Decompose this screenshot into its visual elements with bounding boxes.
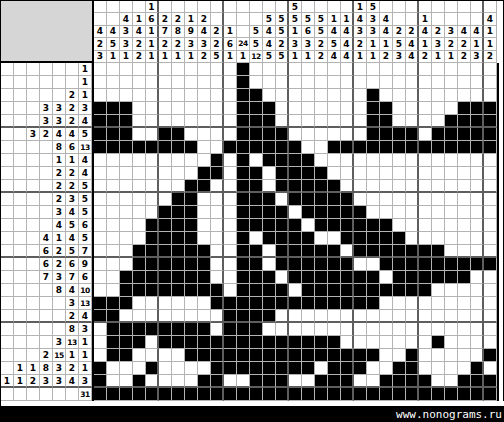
grid-cell-empty[interactable] xyxy=(276,102,289,115)
grid-cell-filled[interactable] xyxy=(276,167,289,180)
grid-cell-filled[interactable] xyxy=(237,258,250,271)
grid-cell-filled[interactable] xyxy=(263,102,276,115)
grid-cell-filled[interactable] xyxy=(120,297,133,310)
grid-cell-empty[interactable] xyxy=(302,375,315,388)
grid-cell-empty[interactable] xyxy=(107,193,120,206)
grid-cell-empty[interactable] xyxy=(211,323,224,336)
grid-cell-filled[interactable] xyxy=(198,388,211,401)
grid-cell-filled[interactable] xyxy=(237,219,250,232)
grid-cell-filled[interactable] xyxy=(185,388,198,401)
grid-cell-empty[interactable] xyxy=(341,336,354,349)
grid-cell-empty[interactable] xyxy=(107,271,120,284)
grid-cell-empty[interactable] xyxy=(484,89,497,102)
grid-cell-filled[interactable] xyxy=(185,180,198,193)
grid-cell-filled[interactable] xyxy=(341,193,354,206)
grid-cell-filled[interactable] xyxy=(198,284,211,297)
grid-cell-empty[interactable] xyxy=(354,180,367,193)
grid-cell-empty[interactable] xyxy=(328,76,341,89)
grid-cell-filled[interactable] xyxy=(458,141,471,154)
grid-cell-empty[interactable] xyxy=(198,89,211,102)
grid-cell-empty[interactable] xyxy=(406,310,419,323)
grid-cell-empty[interactable] xyxy=(471,89,484,102)
grid-cell-filled[interactable] xyxy=(211,388,224,401)
grid-cell-empty[interactable] xyxy=(146,206,159,219)
grid-cell-filled[interactable] xyxy=(211,154,224,167)
grid-cell-filled[interactable] xyxy=(289,245,302,258)
grid-cell-empty[interactable] xyxy=(224,76,237,89)
grid-cell-empty[interactable] xyxy=(419,167,432,180)
grid-cell-empty[interactable] xyxy=(315,154,328,167)
grid-cell-empty[interactable] xyxy=(367,206,380,219)
grid-cell-filled[interactable] xyxy=(328,219,341,232)
grid-cell-filled[interactable] xyxy=(185,206,198,219)
grid-cell-filled[interactable] xyxy=(276,362,289,375)
grid-cell-empty[interactable] xyxy=(94,232,107,245)
grid-cell-filled[interactable] xyxy=(94,388,107,401)
grid-cell-filled[interactable] xyxy=(172,271,185,284)
grid-cell-empty[interactable] xyxy=(445,245,458,258)
grid-cell-filled[interactable] xyxy=(263,115,276,128)
grid-cell-empty[interactable] xyxy=(237,375,250,388)
grid-cell-empty[interactable] xyxy=(224,284,237,297)
grid-cell-empty[interactable] xyxy=(250,154,263,167)
grid-cell-empty[interactable] xyxy=(263,63,276,76)
grid-cell-filled[interactable] xyxy=(302,180,315,193)
grid-cell-empty[interactable] xyxy=(484,219,497,232)
grid-cell-empty[interactable] xyxy=(172,102,185,115)
grid-cell-empty[interactable] xyxy=(172,362,185,375)
grid-cell-empty[interactable] xyxy=(276,323,289,336)
grid-cell-empty[interactable] xyxy=(159,63,172,76)
grid-cell-empty[interactable] xyxy=(484,232,497,245)
grid-cell-filled[interactable] xyxy=(380,219,393,232)
grid-cell-empty[interactable] xyxy=(458,219,471,232)
grid-cell-empty[interactable] xyxy=(172,115,185,128)
grid-cell-filled[interactable] xyxy=(250,271,263,284)
grid-cell-empty[interactable] xyxy=(172,349,185,362)
grid-cell-empty[interactable] xyxy=(185,128,198,141)
grid-cell-filled[interactable] xyxy=(484,258,497,271)
grid-cell-empty[interactable] xyxy=(107,206,120,219)
grid-cell-empty[interactable] xyxy=(289,115,302,128)
grid-cell-empty[interactable] xyxy=(198,141,211,154)
grid-cell-empty[interactable] xyxy=(445,219,458,232)
grid-cell-empty[interactable] xyxy=(445,323,458,336)
grid-cell-empty[interactable] xyxy=(471,154,484,167)
grid-cell-empty[interactable] xyxy=(406,336,419,349)
grid-cell-empty[interactable] xyxy=(484,336,497,349)
grid-cell-empty[interactable] xyxy=(354,193,367,206)
grid-cell-empty[interactable] xyxy=(94,219,107,232)
grid-cell-filled[interactable] xyxy=(146,141,159,154)
grid-cell-empty[interactable] xyxy=(354,167,367,180)
grid-cell-filled[interactable] xyxy=(237,349,250,362)
grid-cell-empty[interactable] xyxy=(289,63,302,76)
grid-cell-filled[interactable] xyxy=(107,323,120,336)
grid-cell-filled[interactable] xyxy=(328,284,341,297)
grid-cell-filled[interactable] xyxy=(367,115,380,128)
grid-cell-filled[interactable] xyxy=(471,115,484,128)
grid-cell-empty[interactable] xyxy=(289,375,302,388)
grid-cell-filled[interactable] xyxy=(328,388,341,401)
grid-cell-empty[interactable] xyxy=(289,284,302,297)
grid-cell-filled[interactable] xyxy=(432,271,445,284)
grid-cell-filled[interactable] xyxy=(302,232,315,245)
grid-cell-empty[interactable] xyxy=(432,232,445,245)
grid-cell-filled[interactable] xyxy=(341,349,354,362)
grid-cell-filled[interactable] xyxy=(484,115,497,128)
grid-cell-empty[interactable] xyxy=(367,258,380,271)
grid-cell-filled[interactable] xyxy=(341,271,354,284)
grid-cell-empty[interactable] xyxy=(315,310,328,323)
grid-cell-empty[interactable] xyxy=(198,206,211,219)
grid-cell-filled[interactable] xyxy=(276,258,289,271)
grid-cell-filled[interactable] xyxy=(133,336,146,349)
grid-cell-empty[interactable] xyxy=(224,375,237,388)
grid-cell-empty[interactable] xyxy=(393,310,406,323)
grid-cell-filled[interactable] xyxy=(198,271,211,284)
grid-cell-empty[interactable] xyxy=(328,89,341,102)
grid-cell-empty[interactable] xyxy=(432,362,445,375)
grid-cell-filled[interactable] xyxy=(276,232,289,245)
grid-cell-empty[interactable] xyxy=(484,271,497,284)
grid-cell-empty[interactable] xyxy=(224,89,237,102)
grid-cell-empty[interactable] xyxy=(419,323,432,336)
grid-cell-filled[interactable] xyxy=(237,323,250,336)
grid-cell-empty[interactable] xyxy=(367,76,380,89)
grid-cell-filled[interactable] xyxy=(289,388,302,401)
grid-cell-filled[interactable] xyxy=(250,193,263,206)
grid-cell-empty[interactable] xyxy=(484,245,497,258)
grid-cell-filled[interactable] xyxy=(354,297,367,310)
grid-cell-empty[interactable] xyxy=(458,362,471,375)
grid-cell-filled[interactable] xyxy=(146,362,159,375)
grid-cell-empty[interactable] xyxy=(185,362,198,375)
grid-cell-filled[interactable] xyxy=(263,141,276,154)
grid-cell-empty[interactable] xyxy=(120,63,133,76)
grid-cell-empty[interactable] xyxy=(198,297,211,310)
grid-cell-filled[interactable] xyxy=(198,167,211,180)
grid-cell-empty[interactable] xyxy=(315,76,328,89)
grid-cell-empty[interactable] xyxy=(94,76,107,89)
grid-cell-filled[interactable] xyxy=(94,362,107,375)
grid-cell-empty[interactable] xyxy=(224,115,237,128)
grid-cell-filled[interactable] xyxy=(120,284,133,297)
grid-cell-filled[interactable] xyxy=(289,219,302,232)
grid-cell-empty[interactable] xyxy=(341,323,354,336)
grid-cell-empty[interactable] xyxy=(94,258,107,271)
grid-cell-empty[interactable] xyxy=(445,206,458,219)
grid-cell-empty[interactable] xyxy=(133,310,146,323)
grid-cell-filled[interactable] xyxy=(406,271,419,284)
grid-cell-empty[interactable] xyxy=(354,154,367,167)
grid-cell-empty[interactable] xyxy=(393,63,406,76)
grid-cell-filled[interactable] xyxy=(289,362,302,375)
grid-cell-empty[interactable] xyxy=(198,219,211,232)
grid-cell-filled[interactable] xyxy=(133,141,146,154)
grid-cell-filled[interactable] xyxy=(484,102,497,115)
grid-cell-filled[interactable] xyxy=(419,388,432,401)
grid-cell-empty[interactable] xyxy=(471,167,484,180)
grid-cell-empty[interactable] xyxy=(341,245,354,258)
grid-cell-empty[interactable] xyxy=(471,180,484,193)
grid-cell-filled[interactable] xyxy=(289,349,302,362)
grid-cell-empty[interactable] xyxy=(133,180,146,193)
grid-cell-empty[interactable] xyxy=(419,349,432,362)
grid-cell-empty[interactable] xyxy=(146,336,159,349)
grid-cell-empty[interactable] xyxy=(94,89,107,102)
grid-cell-empty[interactable] xyxy=(120,245,133,258)
grid-cell-empty[interactable] xyxy=(172,375,185,388)
grid-cell-empty[interactable] xyxy=(445,297,458,310)
grid-cell-filled[interactable] xyxy=(380,115,393,128)
grid-cell-empty[interactable] xyxy=(185,102,198,115)
grid-cell-filled[interactable] xyxy=(107,336,120,349)
grid-cell-filled[interactable] xyxy=(471,258,484,271)
grid-cell-filled[interactable] xyxy=(484,141,497,154)
grid-cell-filled[interactable] xyxy=(276,219,289,232)
grid-cell-empty[interactable] xyxy=(185,154,198,167)
grid-cell-empty[interactable] xyxy=(484,362,497,375)
grid-cell-empty[interactable] xyxy=(367,336,380,349)
grid-cell-empty[interactable] xyxy=(146,76,159,89)
grid-cell-empty[interactable] xyxy=(94,271,107,284)
grid-cell-empty[interactable] xyxy=(458,206,471,219)
grid-cell-empty[interactable] xyxy=(432,349,445,362)
grid-cell-empty[interactable] xyxy=(328,102,341,115)
grid-cell-empty[interactable] xyxy=(94,206,107,219)
grid-cell-empty[interactable] xyxy=(445,63,458,76)
grid-cell-filled[interactable] xyxy=(471,362,484,375)
grid-cell-empty[interactable] xyxy=(484,167,497,180)
grid-cell-filled[interactable] xyxy=(146,271,159,284)
grid-cell-filled[interactable] xyxy=(237,284,250,297)
grid-cell-filled[interactable] xyxy=(432,388,445,401)
grid-cell-empty[interactable] xyxy=(341,63,354,76)
grid-cell-filled[interactable] xyxy=(250,297,263,310)
grid-cell-empty[interactable] xyxy=(458,245,471,258)
grid-cell-filled[interactable] xyxy=(445,388,458,401)
grid-cell-empty[interactable] xyxy=(211,180,224,193)
grid-cell-empty[interactable] xyxy=(432,180,445,193)
grid-cell-filled[interactable] xyxy=(198,349,211,362)
grid-cell-empty[interactable] xyxy=(263,258,276,271)
grid-cell-empty[interactable] xyxy=(393,76,406,89)
grid-cell-empty[interactable] xyxy=(211,219,224,232)
grid-cell-filled[interactable] xyxy=(185,284,198,297)
grid-cell-filled[interactable] xyxy=(211,167,224,180)
grid-cell-empty[interactable] xyxy=(432,284,445,297)
grid-cell-filled[interactable] xyxy=(263,232,276,245)
grid-cell-empty[interactable] xyxy=(354,128,367,141)
grid-cell-filled[interactable] xyxy=(406,141,419,154)
grid-cell-filled[interactable] xyxy=(94,141,107,154)
grid-cell-empty[interactable] xyxy=(380,89,393,102)
grid-cell-filled[interactable] xyxy=(185,232,198,245)
grid-cell-empty[interactable] xyxy=(172,63,185,76)
grid-cell-empty[interactable] xyxy=(263,323,276,336)
grid-cell-empty[interactable] xyxy=(146,193,159,206)
grid-cell-empty[interactable] xyxy=(341,89,354,102)
grid-cell-filled[interactable] xyxy=(419,284,432,297)
grid-cell-empty[interactable] xyxy=(393,193,406,206)
grid-cell-empty[interactable] xyxy=(432,219,445,232)
grid-cell-empty[interactable] xyxy=(94,167,107,180)
grid-cell-filled[interactable] xyxy=(120,336,133,349)
grid-cell-filled[interactable] xyxy=(172,258,185,271)
grid-cell-empty[interactable] xyxy=(302,323,315,336)
grid-cell-filled[interactable] xyxy=(237,336,250,349)
grid-cell-empty[interactable] xyxy=(367,375,380,388)
grid-cell-empty[interactable] xyxy=(185,297,198,310)
grid-cell-filled[interactable] xyxy=(302,258,315,271)
grid-cell-filled[interactable] xyxy=(107,128,120,141)
grid-cell-empty[interactable] xyxy=(159,375,172,388)
grid-cell-filled[interactable] xyxy=(484,375,497,388)
grid-cell-filled[interactable] xyxy=(471,102,484,115)
grid-cell-filled[interactable] xyxy=(250,141,263,154)
grid-cell-empty[interactable] xyxy=(354,115,367,128)
grid-cell-empty[interactable] xyxy=(172,89,185,102)
grid-cell-filled[interactable] xyxy=(406,245,419,258)
grid-cell-filled[interactable] xyxy=(237,102,250,115)
grid-cell-filled[interactable] xyxy=(94,310,107,323)
grid-cell-empty[interactable] xyxy=(380,167,393,180)
grid-cell-empty[interactable] xyxy=(107,63,120,76)
grid-cell-empty[interactable] xyxy=(393,154,406,167)
grid-cell-filled[interactable] xyxy=(458,258,471,271)
grid-cell-empty[interactable] xyxy=(276,63,289,76)
grid-cell-filled[interactable] xyxy=(419,245,432,258)
grid-cell-filled[interactable] xyxy=(276,245,289,258)
grid-cell-empty[interactable] xyxy=(380,323,393,336)
grid-cell-empty[interactable] xyxy=(419,336,432,349)
grid-cell-empty[interactable] xyxy=(146,115,159,128)
grid-cell-filled[interactable] xyxy=(211,349,224,362)
grid-cell-empty[interactable] xyxy=(432,89,445,102)
grid-cell-empty[interactable] xyxy=(276,89,289,102)
grid-cell-empty[interactable] xyxy=(133,128,146,141)
grid-cell-filled[interactable] xyxy=(315,193,328,206)
grid-cell-empty[interactable] xyxy=(380,336,393,349)
grid-cell-empty[interactable] xyxy=(445,180,458,193)
grid-cell-filled[interactable] xyxy=(172,206,185,219)
grid-cell-empty[interactable] xyxy=(120,76,133,89)
grid-cell-filled[interactable] xyxy=(250,349,263,362)
grid-cell-empty[interactable] xyxy=(458,180,471,193)
grid-cell-empty[interactable] xyxy=(328,323,341,336)
grid-cell-empty[interactable] xyxy=(302,128,315,141)
grid-cell-empty[interactable] xyxy=(107,154,120,167)
grid-cell-empty[interactable] xyxy=(406,154,419,167)
grid-cell-filled[interactable] xyxy=(328,245,341,258)
grid-cell-empty[interactable] xyxy=(146,154,159,167)
grid-cell-filled[interactable] xyxy=(146,245,159,258)
grid-cell-empty[interactable] xyxy=(341,102,354,115)
grid-cell-filled[interactable] xyxy=(276,128,289,141)
grid-cell-empty[interactable] xyxy=(159,297,172,310)
grid-cell-filled[interactable] xyxy=(237,310,250,323)
grid-cell-empty[interactable] xyxy=(211,102,224,115)
grid-cell-empty[interactable] xyxy=(458,232,471,245)
grid-cell-filled[interactable] xyxy=(354,271,367,284)
grid-cell-empty[interactable] xyxy=(406,89,419,102)
grid-cell-empty[interactable] xyxy=(406,63,419,76)
grid-cell-empty[interactable] xyxy=(302,76,315,89)
grid-cell-empty[interactable] xyxy=(224,219,237,232)
grid-cell-empty[interactable] xyxy=(185,89,198,102)
grid-cell-empty[interactable] xyxy=(432,323,445,336)
grid-cell-filled[interactable] xyxy=(289,336,302,349)
grid-cell-empty[interactable] xyxy=(94,284,107,297)
grid-cell-empty[interactable] xyxy=(120,180,133,193)
grid-cell-filled[interactable] xyxy=(445,128,458,141)
grid-cell-filled[interactable] xyxy=(354,245,367,258)
grid-cell-empty[interactable] xyxy=(302,102,315,115)
grid-cell-empty[interactable] xyxy=(146,310,159,323)
grid-cell-empty[interactable] xyxy=(406,193,419,206)
grid-cell-empty[interactable] xyxy=(341,310,354,323)
grid-cell-empty[interactable] xyxy=(406,115,419,128)
grid-cell-empty[interactable] xyxy=(484,297,497,310)
grid-cell-empty[interactable] xyxy=(315,102,328,115)
grid-cell-filled[interactable] xyxy=(159,336,172,349)
grid-cell-empty[interactable] xyxy=(159,180,172,193)
grid-cell-filled[interactable] xyxy=(159,141,172,154)
grid-cell-filled[interactable] xyxy=(172,128,185,141)
grid-cell-filled[interactable] xyxy=(159,245,172,258)
grid-cell-empty[interactable] xyxy=(185,375,198,388)
grid-cell-filled[interactable] xyxy=(393,388,406,401)
grid-cell-filled[interactable] xyxy=(289,180,302,193)
grid-cell-filled[interactable] xyxy=(458,375,471,388)
grid-cell-filled[interactable] xyxy=(458,128,471,141)
grid-cell-empty[interactable] xyxy=(133,297,146,310)
grid-cell-empty[interactable] xyxy=(250,232,263,245)
grid-cell-empty[interactable] xyxy=(484,180,497,193)
grid-cell-filled[interactable] xyxy=(315,336,328,349)
grid-cell-filled[interactable] xyxy=(393,245,406,258)
grid-cell-empty[interactable] xyxy=(458,310,471,323)
grid-cell-filled[interactable] xyxy=(250,115,263,128)
grid-cell-empty[interactable] xyxy=(133,232,146,245)
grid-cell-empty[interactable] xyxy=(120,206,133,219)
grid-cell-filled[interactable] xyxy=(250,336,263,349)
grid-cell-filled[interactable] xyxy=(263,271,276,284)
grid-cell-filled[interactable] xyxy=(94,102,107,115)
grid-cell-filled[interactable] xyxy=(380,375,393,388)
grid-cell-filled[interactable] xyxy=(302,362,315,375)
grid-cell-empty[interactable] xyxy=(211,258,224,271)
grid-cell-empty[interactable] xyxy=(289,206,302,219)
grid-cell-empty[interactable] xyxy=(484,284,497,297)
grid-cell-filled[interactable] xyxy=(328,258,341,271)
grid-cell-empty[interactable] xyxy=(224,193,237,206)
grid-cell-empty[interactable] xyxy=(120,167,133,180)
grid-cell-filled[interactable] xyxy=(120,115,133,128)
grid-cell-filled[interactable] xyxy=(315,180,328,193)
grid-cell-empty[interactable] xyxy=(120,232,133,245)
grid-cell-filled[interactable] xyxy=(237,193,250,206)
grid-cell-filled[interactable] xyxy=(107,349,120,362)
grid-cell-filled[interactable] xyxy=(315,375,328,388)
grid-cell-empty[interactable] xyxy=(146,349,159,362)
grid-cell-empty[interactable] xyxy=(419,115,432,128)
grid-cell-empty[interactable] xyxy=(471,271,484,284)
grid-cell-empty[interactable] xyxy=(471,336,484,349)
grid-cell-filled[interactable] xyxy=(302,271,315,284)
grid-cell-empty[interactable] xyxy=(159,167,172,180)
